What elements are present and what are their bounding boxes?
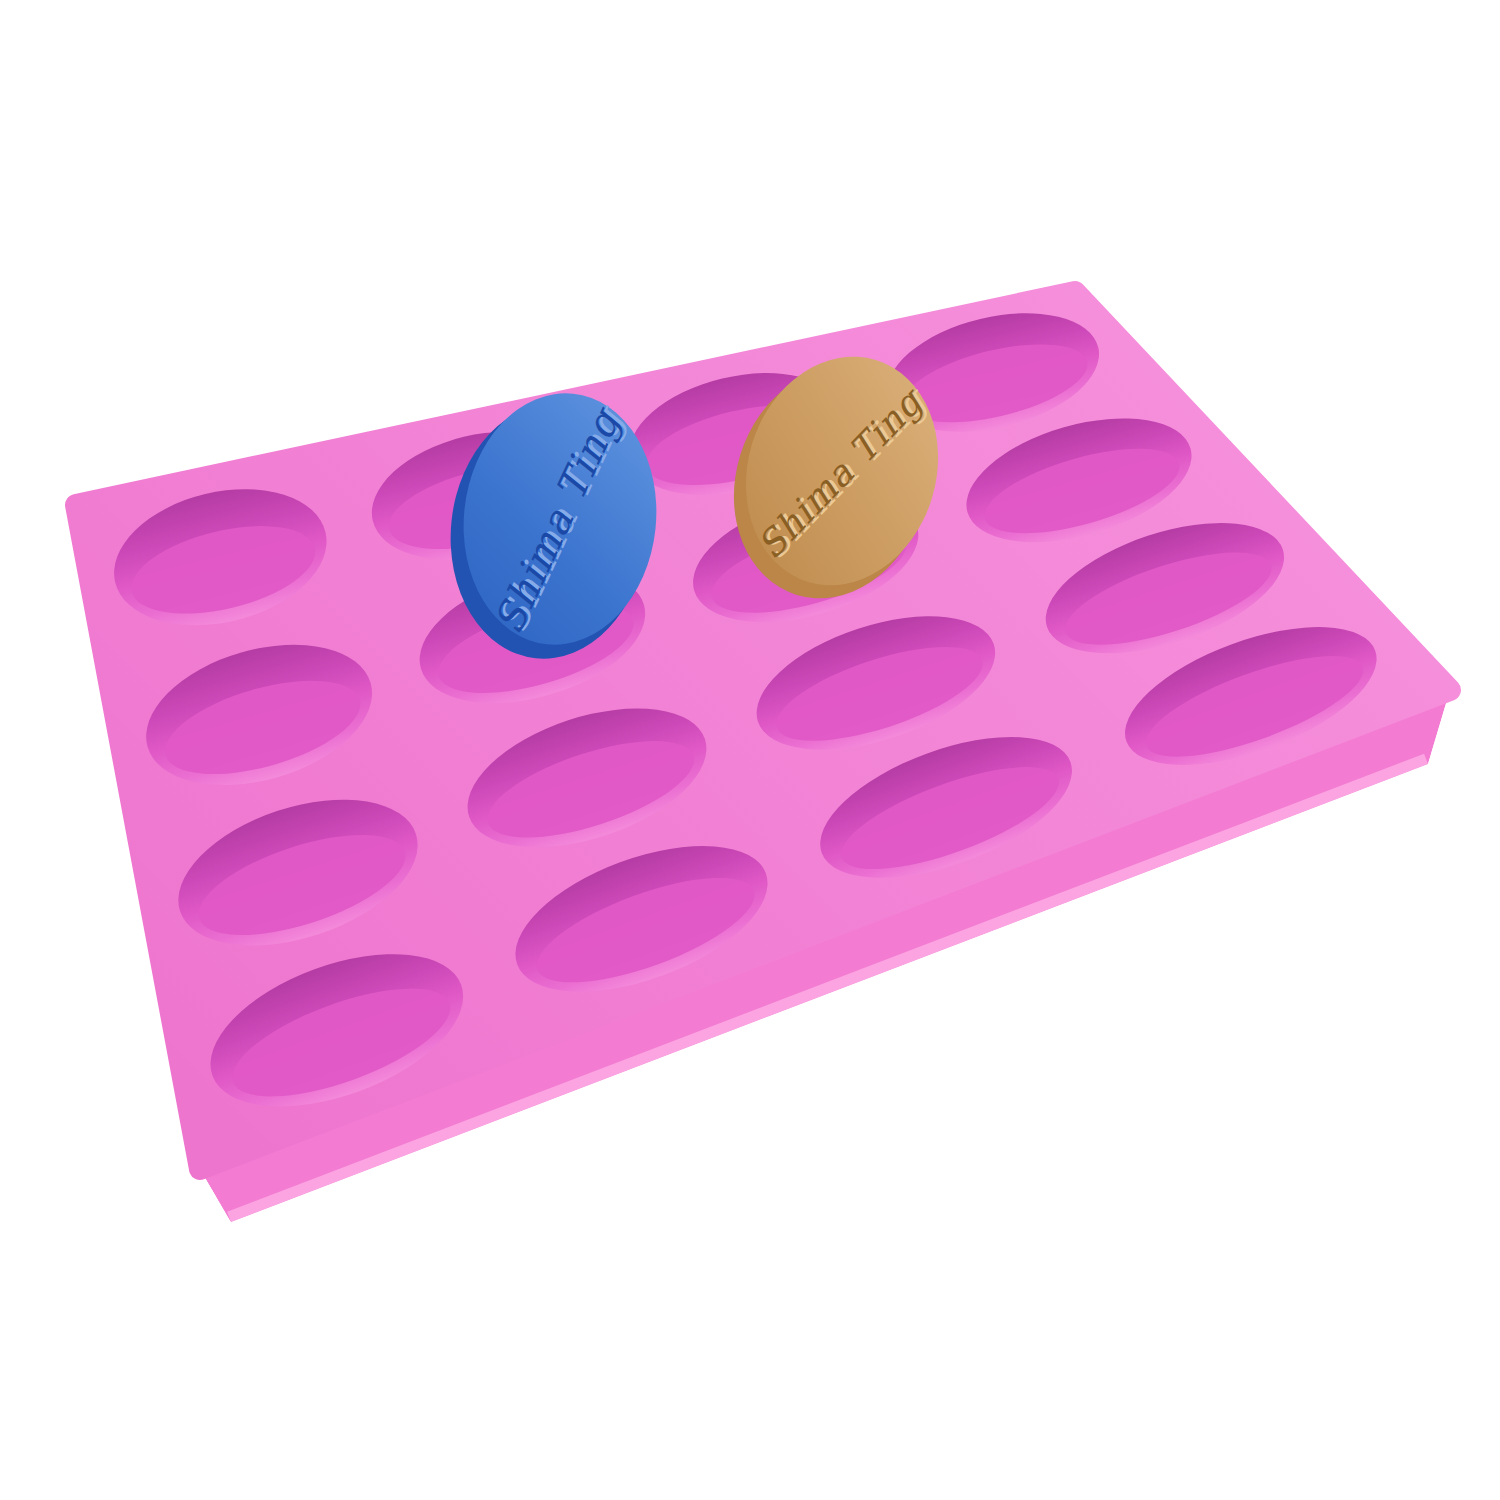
product-photo: Shima Ting Shima Ting Shima Ting Shima T…	[0, 0, 1500, 1500]
soap-mold-scene: Shima Ting Shima Ting Shima Ting Shima T…	[0, 0, 1500, 1500]
